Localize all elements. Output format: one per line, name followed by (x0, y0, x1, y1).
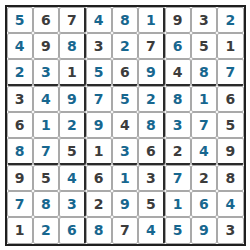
cell-r9c2-filled[interactable]: 2 (33, 217, 59, 243)
page: 5674819324983276512315694873497528166129… (0, 0, 250, 250)
cell-r9c7-filled[interactable]: 5 (165, 217, 191, 243)
cell-r5c4-filled[interactable]: 9 (86, 112, 112, 138)
cell-r5c1-given[interactable]: 6 (7, 112, 33, 138)
cell-r9c3-filled[interactable]: 6 (59, 217, 85, 243)
cell-r8c4-given[interactable]: 2 (86, 191, 112, 217)
cell-r3c9-filled[interactable]: 7 (217, 59, 243, 85)
cell-r8c6-given[interactable]: 5 (138, 191, 164, 217)
cell-r7c9-given[interactable]: 8 (217, 165, 243, 191)
cell-r1c9-filled[interactable]: 2 (217, 7, 243, 33)
cell-r7c2-given[interactable]: 5 (33, 165, 59, 191)
cell-r6c6-given[interactable]: 6 (138, 138, 164, 164)
cell-r8c5-filled[interactable]: 9 (112, 191, 138, 217)
cell-r9c8-filled[interactable]: 9 (191, 217, 217, 243)
cell-r7c6-given[interactable]: 3 (138, 165, 164, 191)
cell-r2c7-filled[interactable]: 6 (165, 33, 191, 59)
cell-r2c4-given[interactable]: 3 (86, 33, 112, 59)
cell-r9c1-given[interactable]: 1 (7, 217, 33, 243)
cell-r7c5-filled[interactable]: 1 (112, 165, 138, 191)
cell-r3c1-filled[interactable]: 2 (7, 59, 33, 85)
cell-r1c2-given[interactable]: 6 (33, 7, 59, 33)
cell-r7c3-filled[interactable]: 4 (59, 165, 85, 191)
cell-r4c9-given[interactable]: 6 (217, 86, 243, 112)
cell-r5c5-given[interactable]: 4 (112, 112, 138, 138)
cell-r8c2-filled[interactable]: 8 (33, 191, 59, 217)
cell-r4c1-given[interactable]: 3 (7, 86, 33, 112)
cell-r1c8-given[interactable]: 3 (191, 7, 217, 33)
cell-r9c5-given[interactable]: 7 (112, 217, 138, 243)
cell-r6c9-given[interactable]: 9 (217, 138, 243, 164)
cell-r2c2-given[interactable]: 9 (33, 33, 59, 59)
cell-r1c7-given[interactable]: 9 (165, 7, 191, 33)
cell-r7c7-filled[interactable]: 7 (165, 165, 191, 191)
cell-r5c2-filled[interactable]: 1 (33, 112, 59, 138)
sudoku-board: 5674819324983276512315694873497528166129… (5, 5, 246, 246)
cell-r3c5-given[interactable]: 6 (112, 59, 138, 85)
cell-r9c6-filled[interactable]: 4 (138, 217, 164, 243)
cell-r2c3-filled[interactable]: 8 (59, 33, 85, 59)
cell-r3c3-given[interactable]: 1 (59, 59, 85, 85)
cell-r5c3-filled[interactable]: 2 (59, 112, 85, 138)
cell-r3c2-filled[interactable]: 3 (33, 59, 59, 85)
cell-r7c8-given[interactable]: 2 (191, 165, 217, 191)
cell-r8c7-filled[interactable]: 1 (165, 191, 191, 217)
cell-r7c4-given[interactable]: 6 (86, 165, 112, 191)
cell-r4c8-filled[interactable]: 1 (191, 86, 217, 112)
cell-r6c7-given[interactable]: 2 (165, 138, 191, 164)
cell-r6c4-given[interactable]: 1 (86, 138, 112, 164)
cell-r8c8-filled[interactable]: 6 (191, 191, 217, 217)
cell-r8c1-filled[interactable]: 7 (7, 191, 33, 217)
cell-r5c8-filled[interactable]: 7 (191, 112, 217, 138)
cell-r6c5-filled[interactable]: 3 (112, 138, 138, 164)
cell-r2c5-filled[interactable]: 2 (112, 33, 138, 59)
cell-r6c8-filled[interactable]: 4 (191, 138, 217, 164)
cell-r5c6-filled[interactable]: 8 (138, 112, 164, 138)
cell-r3c8-filled[interactable]: 8 (191, 59, 217, 85)
cell-r9c9-given[interactable]: 3 (217, 217, 243, 243)
cell-r6c2-filled[interactable]: 7 (33, 138, 59, 164)
cell-r4c3-filled[interactable]: 9 (59, 86, 85, 112)
cell-r7c1-given[interactable]: 9 (7, 165, 33, 191)
cell-r3c6-filled[interactable]: 9 (138, 59, 164, 85)
cell-r1c3-given[interactable]: 7 (59, 7, 85, 33)
cell-r4c2-filled[interactable]: 4 (33, 86, 59, 112)
cell-r5c7-filled[interactable]: 3 (165, 112, 191, 138)
cell-r4c7-filled[interactable]: 8 (165, 86, 191, 112)
cell-r4c6-filled[interactable]: 2 (138, 86, 164, 112)
cell-r3c7-given[interactable]: 4 (165, 59, 191, 85)
cell-r4c5-filled[interactable]: 5 (112, 86, 138, 112)
cell-r1c4-filled[interactable]: 4 (86, 7, 112, 33)
cell-r3c4-filled[interactable]: 5 (86, 59, 112, 85)
cell-r2c1-filled[interactable]: 4 (7, 33, 33, 59)
cell-r2c8-given[interactable]: 5 (191, 33, 217, 59)
cell-r6c1-filled[interactable]: 8 (7, 138, 33, 164)
cell-r8c9-filled[interactable]: 4 (217, 191, 243, 217)
cell-r1c6-filled[interactable]: 1 (138, 7, 164, 33)
cell-r2c6-given[interactable]: 7 (138, 33, 164, 59)
cell-r2c9-given[interactable]: 1 (217, 33, 243, 59)
cell-r5c9-given[interactable]: 5 (217, 112, 243, 138)
cell-r1c1-filled[interactable]: 5 (7, 7, 33, 33)
cell-r6c3-given[interactable]: 5 (59, 138, 85, 164)
cell-r4c4-filled[interactable]: 7 (86, 86, 112, 112)
cell-r8c3-filled[interactable]: 3 (59, 191, 85, 217)
cell-r1c5-filled[interactable]: 8 (112, 7, 138, 33)
cell-r9c4-filled[interactable]: 8 (86, 217, 112, 243)
